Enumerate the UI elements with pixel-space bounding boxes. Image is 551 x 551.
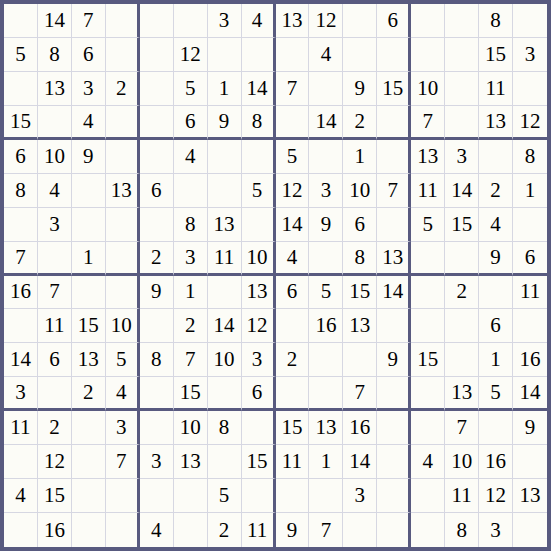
grid-cell-empty[interactable] — [106, 106, 140, 140]
grid-cell-given: 5 — [174, 72, 208, 106]
grid-cell-empty[interactable] — [377, 140, 411, 174]
grid-cell-empty[interactable] — [445, 4, 479, 38]
grid-cell-given: 2 — [343, 106, 377, 140]
grid-cell-empty[interactable] — [4, 513, 38, 547]
grid-cell-given: 9 — [309, 208, 343, 242]
grid-cell-given: 9 — [140, 276, 174, 310]
grid-cell-given: 14 — [242, 72, 276, 106]
grid-cell-given: 14 — [4, 343, 38, 377]
grid-cell-given: 3 — [174, 242, 208, 276]
grid-cell-given: 4 — [242, 4, 276, 38]
grid-cell-empty[interactable] — [343, 513, 377, 547]
grid-cell-given: 3 — [208, 4, 242, 38]
grid-cell-empty[interactable] — [479, 411, 513, 445]
grid-cell-empty[interactable] — [242, 479, 276, 513]
grid-cell-given: 5 — [276, 140, 310, 174]
grid-cell-given: 13 — [513, 479, 547, 513]
grid-cell-given: 4 — [411, 445, 445, 479]
grid-cell-empty[interactable] — [174, 479, 208, 513]
grid-cell-empty[interactable] — [411, 242, 445, 276]
grid-cell-given: 10 — [174, 411, 208, 445]
grid-cell-empty[interactable] — [513, 208, 547, 242]
grid-cell-given: 14 — [445, 174, 479, 208]
grid-cell-given: 3 — [513, 38, 547, 72]
grid-cell-given: 7 — [309, 513, 343, 547]
grid-cell-given: 1 — [513, 174, 547, 208]
grid-cell-given: 13 — [174, 445, 208, 479]
grid-cell-given: 4 — [106, 377, 140, 411]
grid-cell-empty[interactable] — [343, 38, 377, 72]
grid-cell-given: 3 — [4, 377, 38, 411]
grid-cell-empty[interactable] — [411, 4, 445, 38]
grid-cell-given: 9 — [208, 106, 242, 140]
grid-cell-given: 2 — [276, 343, 310, 377]
grid-cell-empty[interactable] — [513, 4, 547, 38]
grid-cell-given: 5 — [242, 174, 276, 208]
grid-cell-given: 11 — [276, 445, 310, 479]
grid-cell-empty[interactable] — [377, 106, 411, 140]
grid-cell-given: 8 — [38, 38, 72, 72]
grid-cell-given: 3 — [309, 174, 343, 208]
grid-cell-empty[interactable] — [411, 276, 445, 310]
grid-cell-empty[interactable] — [4, 208, 38, 242]
grid-cell-given: 1 — [208, 72, 242, 106]
grid-cell-given: 11 — [411, 174, 445, 208]
grid-cell-given: 3 — [38, 208, 72, 242]
grid-cell-given: 15 — [72, 309, 106, 343]
grid-cell-given: 12 — [309, 4, 343, 38]
grid-cell-empty[interactable] — [309, 343, 343, 377]
grid-cell-given: 4 — [309, 38, 343, 72]
grid-cell-empty[interactable] — [309, 72, 343, 106]
grid-cell-empty[interactable] — [411, 38, 445, 72]
grid-cell-empty[interactable] — [174, 513, 208, 547]
grid-cell-given: 9 — [479, 242, 513, 276]
grid-cell-given: 8 — [140, 343, 174, 377]
grid-cell-given: 13 — [242, 276, 276, 310]
grid-cell-given: 10 — [38, 140, 72, 174]
grid-cell-empty[interactable] — [140, 140, 174, 174]
grid-cell-given: 3 — [445, 140, 479, 174]
grid-cell-empty[interactable] — [513, 309, 547, 343]
grid-cell-given: 6 — [377, 4, 411, 38]
grid-cell-empty[interactable] — [140, 208, 174, 242]
sudoku-grid: 1473413126858612415313325114791510111546… — [0, 0, 551, 551]
grid-cell-given: 9 — [513, 411, 547, 445]
grid-cell-given: 15 — [377, 72, 411, 106]
grid-cell-given: 14 — [513, 377, 547, 411]
grid-cell-empty[interactable] — [208, 174, 242, 208]
grid-cell-given: 5 — [4, 38, 38, 72]
grid-cell-empty[interactable] — [106, 140, 140, 174]
grid-cell-given: 12 — [479, 479, 513, 513]
grid-cell-given: 10 — [208, 343, 242, 377]
grid-cell-empty[interactable] — [309, 140, 343, 174]
grid-cell-given: 5 — [411, 208, 445, 242]
grid-cell-empty[interactable] — [140, 309, 174, 343]
grid-cell-empty[interactable] — [309, 242, 343, 276]
grid-cell-given: 10 — [445, 445, 479, 479]
grid-cell-empty[interactable] — [106, 276, 140, 310]
grid-cell-given: 2 — [72, 377, 106, 411]
grid-cell-given: 8 — [445, 513, 479, 547]
grid-cell-empty[interactable] — [377, 38, 411, 72]
grid-cell-given: 14 — [38, 4, 72, 38]
grid-cell-given: 2 — [140, 242, 174, 276]
grid-cell-given: 13 — [377, 242, 411, 276]
grid-cell-empty[interactable] — [4, 445, 38, 479]
grid-cell-empty[interactable] — [377, 208, 411, 242]
grid-cell-given: 7 — [4, 242, 38, 276]
grid-cell-empty[interactable] — [377, 513, 411, 547]
grid-cell-empty[interactable] — [276, 38, 310, 72]
grid-cell-empty[interactable] — [72, 208, 106, 242]
grid-cell-empty[interactable] — [38, 242, 72, 276]
grid-cell-empty[interactable] — [140, 106, 174, 140]
grid-cell-empty[interactable] — [208, 38, 242, 72]
grid-cell-given: 11 — [513, 276, 547, 310]
grid-cell-given: 14 — [208, 309, 242, 343]
grid-cell-empty[interactable] — [4, 309, 38, 343]
grid-cell-given: 15 — [445, 208, 479, 242]
grid-cell-empty[interactable] — [38, 377, 72, 411]
grid-cell-given: 13 — [72, 343, 106, 377]
grid-cell-given: 2 — [38, 411, 72, 445]
grid-cell-given: 14 — [309, 106, 343, 140]
grid-cell-given: 10 — [343, 174, 377, 208]
grid-cell-given: 8 — [343, 242, 377, 276]
grid-cell-empty[interactable] — [4, 4, 38, 38]
grid-cell-empty[interactable] — [377, 377, 411, 411]
grid-cell-given: 4 — [72, 106, 106, 140]
grid-cell-given: 15 — [276, 411, 310, 445]
grid-cell-given: 11 — [38, 309, 72, 343]
grid-cell-given: 7 — [174, 343, 208, 377]
grid-cell-empty[interactable] — [445, 106, 479, 140]
grid-cell-empty[interactable] — [343, 4, 377, 38]
grid-cell-empty[interactable] — [140, 4, 174, 38]
grid-cell-empty[interactable] — [377, 411, 411, 445]
grid-cell-given: 4 — [174, 140, 208, 174]
grid-cell-given: 12 — [276, 174, 310, 208]
grid-cell-empty[interactable] — [208, 140, 242, 174]
grid-cell-given: 16 — [38, 513, 72, 547]
grid-cell-empty[interactable] — [309, 479, 343, 513]
grid-cell-empty[interactable] — [140, 72, 174, 106]
grid-cell-given: 14 — [343, 445, 377, 479]
grid-cell-empty[interactable] — [242, 411, 276, 445]
grid-cell-given: 14 — [377, 276, 411, 310]
grid-cell-empty[interactable] — [411, 411, 445, 445]
grid-cell-given: 8 — [4, 174, 38, 208]
grid-cell-empty[interactable] — [479, 140, 513, 174]
grid-cell-empty[interactable] — [276, 479, 310, 513]
grid-cell-given: 6 — [242, 377, 276, 411]
grid-cell-given: 8 — [208, 411, 242, 445]
grid-cell-empty[interactable] — [208, 276, 242, 310]
grid-cell-given: 1 — [72, 242, 106, 276]
grid-cell-given: 6 — [174, 106, 208, 140]
grid-cell-given: 14 — [276, 208, 310, 242]
grid-cell-given: 10 — [106, 309, 140, 343]
grid-cell-empty[interactable] — [479, 276, 513, 310]
grid-cell-empty[interactable] — [72, 174, 106, 208]
grid-cell-given: 4 — [38, 174, 72, 208]
grid-cell-given: 13 — [411, 140, 445, 174]
grid-cell-given: 1 — [309, 445, 343, 479]
grid-cell-given: 3 — [242, 343, 276, 377]
grid-cell-given: 2 — [445, 276, 479, 310]
grid-cell-empty[interactable] — [72, 513, 106, 547]
grid-cell-empty[interactable] — [276, 377, 310, 411]
grid-cell-given: 2 — [479, 174, 513, 208]
grid-cell-given: 7 — [106, 445, 140, 479]
grid-cell-empty[interactable] — [208, 445, 242, 479]
grid-cell-given: 3 — [106, 411, 140, 445]
grid-cell-given: 4 — [140, 513, 174, 547]
grid-cell-given: 15 — [411, 343, 445, 377]
grid-cell-empty[interactable] — [140, 377, 174, 411]
grid-cell-empty[interactable] — [72, 276, 106, 310]
grid-cell-given: 12 — [38, 445, 72, 479]
grid-cell-given: 15 — [174, 377, 208, 411]
grid-cell-given: 6 — [38, 343, 72, 377]
grid-cell-given: 5 — [208, 479, 242, 513]
grid-cell-empty[interactable] — [106, 479, 140, 513]
grid-cell-given: 5 — [106, 343, 140, 377]
grid-cell-given: 13 — [276, 4, 310, 38]
grid-cell-given: 2 — [208, 513, 242, 547]
grid-cell-empty[interactable] — [276, 309, 310, 343]
grid-cell-empty[interactable] — [513, 72, 547, 106]
grid-cell-given: 9 — [72, 140, 106, 174]
grid-cell-given: 16 — [479, 445, 513, 479]
grid-cell-given: 1 — [174, 276, 208, 310]
grid-cell-given: 12 — [242, 309, 276, 343]
grid-cell-empty[interactable] — [411, 513, 445, 547]
grid-cell-empty[interactable] — [106, 513, 140, 547]
grid-cell-given: 9 — [343, 72, 377, 106]
grid-cell-given: 13 — [445, 377, 479, 411]
grid-cell-empty[interactable] — [513, 445, 547, 479]
grid-cell-given: 16 — [343, 411, 377, 445]
grid-cell-empty[interactable] — [411, 479, 445, 513]
grid-cell-empty[interactable] — [377, 479, 411, 513]
grid-cell-empty[interactable] — [242, 38, 276, 72]
grid-cell-given: 13 — [309, 411, 343, 445]
grid-cell-given: 7 — [343, 377, 377, 411]
grid-cell-given: 3 — [72, 72, 106, 106]
grid-cell-empty[interactable] — [72, 445, 106, 479]
grid-cell-empty[interactable] — [38, 106, 72, 140]
grid-cell-given: 10 — [242, 242, 276, 276]
grid-cell-empty[interactable] — [309, 377, 343, 411]
grid-cell-given: 13 — [38, 72, 72, 106]
grid-cell-given: 3 — [479, 513, 513, 547]
grid-cell-empty[interactable] — [445, 38, 479, 72]
grid-cell-given: 13 — [106, 174, 140, 208]
grid-cell-empty[interactable] — [72, 411, 106, 445]
grid-cell-given: 13 — [479, 106, 513, 140]
grid-cell-given: 5 — [479, 377, 513, 411]
grid-cell-empty[interactable] — [445, 242, 479, 276]
grid-cell-empty[interactable] — [445, 309, 479, 343]
grid-cell-empty[interactable] — [343, 343, 377, 377]
grid-cell-given: 6 — [479, 309, 513, 343]
grid-cell-given: 2 — [174, 309, 208, 343]
grid-cell-empty[interactable] — [174, 4, 208, 38]
grid-cell-empty[interactable] — [377, 445, 411, 479]
grid-cell-empty[interactable] — [242, 140, 276, 174]
grid-cell-empty[interactable] — [411, 309, 445, 343]
grid-cell-given: 9 — [377, 343, 411, 377]
grid-cell-given: 8 — [174, 208, 208, 242]
grid-cell-given: 6 — [140, 174, 174, 208]
grid-cell-given: 6 — [513, 242, 547, 276]
grid-cell-given: 3 — [140, 445, 174, 479]
sudoku-board-wrapper: 1473413126858612415313325114791510111546… — [0, 0, 551, 551]
grid-cell-given: 16 — [309, 309, 343, 343]
grid-cell-given: 15 — [242, 445, 276, 479]
grid-cell-given: 11 — [445, 479, 479, 513]
grid-cell-given: 10 — [411, 72, 445, 106]
grid-cell-empty[interactable] — [4, 72, 38, 106]
grid-cell-empty[interactable] — [72, 479, 106, 513]
grid-cell-empty[interactable] — [106, 242, 140, 276]
grid-cell-given: 7 — [276, 72, 310, 106]
grid-cell-empty[interactable] — [106, 4, 140, 38]
grid-cell-empty[interactable] — [174, 174, 208, 208]
grid-cell-given: 15 — [38, 479, 72, 513]
grid-cell-empty[interactable] — [445, 72, 479, 106]
grid-cell-given: 11 — [208, 242, 242, 276]
grid-cell-given: 11 — [4, 411, 38, 445]
grid-cell-given: 6 — [276, 276, 310, 310]
grid-cell-empty[interactable] — [106, 38, 140, 72]
grid-cell-given: 7 — [38, 276, 72, 310]
grid-cell-given: 1 — [479, 343, 513, 377]
grid-cell-given: 1 — [343, 140, 377, 174]
grid-cell-given: 4 — [479, 208, 513, 242]
grid-cell-empty[interactable] — [377, 309, 411, 343]
grid-cell-given: 6 — [4, 140, 38, 174]
grid-cell-empty[interactable] — [106, 208, 140, 242]
grid-cell-empty[interactable] — [140, 479, 174, 513]
grid-cell-given: 8 — [513, 140, 547, 174]
grid-cell-given: 11 — [479, 72, 513, 106]
grid-cell-given: 4 — [4, 479, 38, 513]
grid-cell-empty[interactable] — [411, 377, 445, 411]
grid-cell-given: 8 — [242, 106, 276, 140]
grid-cell-given: 15 — [479, 38, 513, 72]
grid-cell-given: 15 — [343, 276, 377, 310]
grid-cell-given: 9 — [276, 513, 310, 547]
grid-cell-given: 11 — [242, 513, 276, 547]
grid-cell-given: 12 — [513, 106, 547, 140]
grid-cell-given: 6 — [72, 38, 106, 72]
grid-cell-empty[interactable] — [445, 343, 479, 377]
grid-cell-empty[interactable] — [242, 208, 276, 242]
grid-cell-empty[interactable] — [276, 106, 310, 140]
grid-cell-given: 3 — [343, 479, 377, 513]
grid-cell-given: 7 — [445, 411, 479, 445]
grid-cell-given: 7 — [411, 106, 445, 140]
grid-cell-given: 7 — [377, 174, 411, 208]
grid-cell-empty[interactable] — [513, 513, 547, 547]
grid-cell-empty[interactable] — [140, 38, 174, 72]
grid-cell-given: 13 — [343, 309, 377, 343]
grid-cell-given: 16 — [4, 276, 38, 310]
grid-cell-given: 16 — [513, 343, 547, 377]
grid-cell-empty[interactable] — [208, 377, 242, 411]
grid-cell-given: 6 — [343, 208, 377, 242]
grid-cell-given: 15 — [4, 106, 38, 140]
grid-cell-given: 7 — [72, 4, 106, 38]
grid-cell-given: 8 — [479, 4, 513, 38]
grid-cell-given: 5 — [309, 276, 343, 310]
grid-cell-empty[interactable] — [140, 411, 174, 445]
grid-cell-given: 13 — [208, 208, 242, 242]
grid-cell-given: 4 — [276, 242, 310, 276]
grid-cell-given: 2 — [106, 72, 140, 106]
grid-cell-given: 12 — [174, 38, 208, 72]
